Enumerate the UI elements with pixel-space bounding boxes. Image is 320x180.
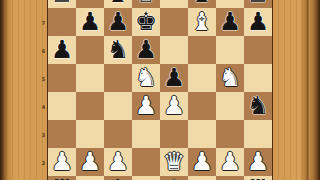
piece-white-pawn-g2[interactable]: ♟ — [216, 148, 244, 176]
wood-frame-right — [272, 0, 320, 180]
square-f1[interactable] — [188, 176, 216, 180]
square-g6[interactable] — [216, 36, 244, 64]
square-e6[interactable] — [160, 36, 188, 64]
piece-white-bishop-c1[interactable]: ♝ — [104, 176, 132, 180]
piece-white-pawn-e4[interactable]: ♟ — [160, 92, 188, 120]
piece-white-king-e1[interactable]: ♚ — [160, 176, 188, 180]
square-h5[interactable] — [244, 64, 272, 92]
wood-frame-left: 87654321 — [0, 0, 48, 180]
rank-label-5: 5 — [40, 76, 47, 82]
square-f6[interactable] — [188, 36, 216, 64]
piece-white-pawn-h2[interactable]: ♟ — [244, 148, 272, 176]
piece-black-knight-c6[interactable]: ♞ — [104, 36, 132, 64]
square-a4[interactable] — [48, 92, 76, 120]
rank-label-7: 7 — [40, 20, 47, 26]
square-a5[interactable] — [48, 64, 76, 92]
piece-black-pawn-h7[interactable]: ♟ — [244, 8, 272, 36]
rank-label-2: 2 — [40, 160, 47, 166]
square-c3[interactable] — [104, 120, 132, 148]
piece-white-pawn-d4[interactable]: ♟ — [132, 92, 160, 120]
piece-white-pawn-a2[interactable]: ♟ — [48, 148, 76, 176]
square-g4[interactable] — [216, 92, 244, 120]
piece-white-rook-a1[interactable]: ♜ — [48, 176, 76, 180]
piece-black-knight-h4[interactable]: ♞ — [244, 92, 272, 120]
square-b4[interactable] — [76, 92, 104, 120]
square-a3[interactable] — [48, 120, 76, 148]
square-e8[interactable] — [160, 0, 188, 8]
piece-black-pawn-a6[interactable]: ♟ — [48, 36, 76, 64]
square-d3[interactable] — [132, 120, 160, 148]
square-e7[interactable] — [160, 8, 188, 36]
square-b6[interactable] — [76, 36, 104, 64]
piece-white-knight-d5[interactable]: ♞ — [132, 64, 160, 92]
piece-black-pawn-c7[interactable]: ♟ — [104, 8, 132, 36]
piece-white-pawn-f2[interactable]: ♟ — [188, 148, 216, 176]
piece-black-pawn-d6[interactable]: ♟ — [132, 36, 160, 64]
piece-black-pawn-b7[interactable]: ♟ — [76, 8, 104, 36]
square-e3[interactable] — [160, 120, 188, 148]
square-f3[interactable] — [188, 120, 216, 148]
piece-white-pawn-c2[interactable]: ♟ — [104, 148, 132, 176]
rank-label-4: 4 — [40, 104, 47, 110]
square-d1[interactable] — [132, 176, 160, 180]
square-d2[interactable] — [132, 148, 160, 176]
piece-white-pawn-b2[interactable]: ♟ — [76, 148, 104, 176]
square-g3[interactable] — [216, 120, 244, 148]
piece-black-pawn-e5[interactable]: ♟ — [160, 64, 188, 92]
piece-white-queen-e2[interactable]: ♛ — [160, 148, 188, 176]
square-g1[interactable] — [216, 176, 244, 180]
chess-board: ♜♝♛♝♜♟♟♚♝♟♟♟♞♟♞♟♞♟♟♞♟♟♟♛♟♟♟♜♝♚♜ — [47, 0, 273, 180]
piece-white-rook-h1[interactable]: ♜ — [244, 176, 272, 180]
square-b1[interactable] — [76, 176, 104, 180]
piece-black-rook-a8[interactable]: ♜ — [48, 0, 76, 8]
square-a7[interactable] — [48, 8, 76, 36]
rank-label-3: 3 — [40, 132, 47, 138]
piece-black-king-d7[interactable]: ♚ — [132, 8, 160, 36]
square-h3[interactable] — [244, 120, 272, 148]
square-b5[interactable] — [76, 64, 104, 92]
square-c5[interactable] — [104, 64, 132, 92]
square-b3[interactable] — [76, 120, 104, 148]
piece-white-knight-g5[interactable]: ♞ — [216, 64, 244, 92]
piece-black-pawn-g7[interactable]: ♟ — [216, 8, 244, 36]
square-c4[interactable] — [104, 92, 132, 120]
square-f4[interactable] — [188, 92, 216, 120]
piece-white-bishop-f7[interactable]: ♝ — [188, 8, 216, 36]
square-f5[interactable] — [188, 64, 216, 92]
rank-label-6: 6 — [40, 48, 47, 54]
square-h6[interactable] — [244, 36, 272, 64]
